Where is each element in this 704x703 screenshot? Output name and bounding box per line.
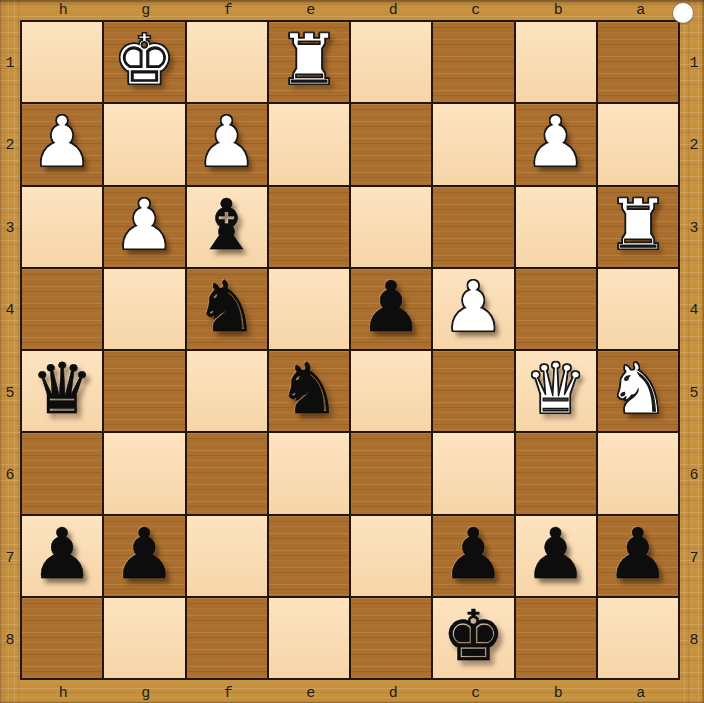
file-label-a: a xyxy=(600,0,683,20)
white-pawn[interactable]: ♟ xyxy=(524,107,587,177)
square-g8[interactable] xyxy=(104,598,184,678)
rank-label-1: 1 xyxy=(684,22,704,105)
file-labels-top: hgfedcba xyxy=(22,0,682,20)
square-d6[interactable] xyxy=(351,433,431,513)
square-g3[interactable]: ♟ xyxy=(104,187,184,267)
square-a3[interactable]: ♜ xyxy=(598,187,678,267)
black-pawn[interactable]: ♟ xyxy=(31,519,94,589)
rank-label-6: 6 xyxy=(0,435,20,518)
white-queen[interactable]: ♛ xyxy=(524,354,587,424)
square-d5[interactable] xyxy=(351,351,431,431)
square-g1[interactable]: ♚ xyxy=(104,22,184,102)
square-a1[interactable] xyxy=(598,22,678,102)
square-e7[interactable] xyxy=(269,516,349,596)
file-label-f: f xyxy=(187,684,270,703)
square-e1[interactable]: ♜ xyxy=(269,22,349,102)
chess-board: ♚♜♟♟♟♟♝♜♞♟♟♛♞♛♞♟♟♟♟♟♚ xyxy=(20,20,680,680)
rank-label-7: 7 xyxy=(684,517,704,600)
black-pawn[interactable]: ♟ xyxy=(524,519,587,589)
black-bishop[interactable]: ♝ xyxy=(195,190,258,260)
square-c8[interactable]: ♚ xyxy=(433,598,513,678)
square-c3[interactable] xyxy=(433,187,513,267)
square-e2[interactable] xyxy=(269,104,349,184)
square-g7[interactable]: ♟ xyxy=(104,516,184,596)
rank-label-6: 6 xyxy=(684,435,704,518)
square-h5[interactable]: ♛ xyxy=(22,351,102,431)
square-h3[interactable] xyxy=(22,187,102,267)
square-a7[interactable]: ♟ xyxy=(598,516,678,596)
square-e3[interactable] xyxy=(269,187,349,267)
square-f1[interactable] xyxy=(187,22,267,102)
rank-label-4: 4 xyxy=(684,270,704,353)
black-pawn[interactable]: ♟ xyxy=(442,519,505,589)
rank-label-5: 5 xyxy=(0,352,20,435)
square-c4[interactable]: ♟ xyxy=(433,269,513,349)
square-h6[interactable] xyxy=(22,433,102,513)
white-knight[interactable]: ♞ xyxy=(606,354,669,424)
square-g2[interactable] xyxy=(104,104,184,184)
file-label-c: c xyxy=(435,0,518,20)
square-d3[interactable] xyxy=(351,187,431,267)
square-e6[interactable] xyxy=(269,433,349,513)
white-pawn[interactable]: ♟ xyxy=(195,107,258,177)
file-label-c: c xyxy=(435,684,518,703)
square-f7[interactable] xyxy=(187,516,267,596)
rank-label-8: 8 xyxy=(684,600,704,683)
file-label-f: f xyxy=(187,0,270,20)
white-pawn[interactable]: ♟ xyxy=(113,190,176,260)
square-b6[interactable] xyxy=(516,433,596,513)
square-b4[interactable] xyxy=(516,269,596,349)
file-label-g: g xyxy=(105,684,188,703)
black-knight[interactable]: ♞ xyxy=(277,354,340,424)
black-pawn[interactable]: ♟ xyxy=(606,519,669,589)
square-f4[interactable]: ♞ xyxy=(187,269,267,349)
square-g4[interactable] xyxy=(104,269,184,349)
square-b3[interactable] xyxy=(516,187,596,267)
rank-label-3: 3 xyxy=(0,187,20,270)
square-d8[interactable] xyxy=(351,598,431,678)
file-label-g: g xyxy=(105,0,188,20)
square-g6[interactable] xyxy=(104,433,184,513)
square-b5[interactable]: ♛ xyxy=(516,351,596,431)
square-f5[interactable] xyxy=(187,351,267,431)
black-pawn[interactable]: ♟ xyxy=(113,519,176,589)
white-rook[interactable]: ♜ xyxy=(277,25,340,95)
square-h4[interactable] xyxy=(22,269,102,349)
square-f8[interactable] xyxy=(187,598,267,678)
white-king[interactable]: ♚ xyxy=(113,25,176,95)
square-d2[interactable] xyxy=(351,104,431,184)
file-label-d: d xyxy=(352,0,435,20)
square-a5[interactable]: ♞ xyxy=(598,351,678,431)
square-b8[interactable] xyxy=(516,598,596,678)
file-label-a: a xyxy=(600,684,683,703)
file-label-b: b xyxy=(517,0,600,20)
file-labels-bottom: hgfedcba xyxy=(22,684,682,703)
square-a6[interactable] xyxy=(598,433,678,513)
square-d7[interactable] xyxy=(351,516,431,596)
rank-labels-left: 12345678 xyxy=(0,22,20,682)
file-label-b: b xyxy=(517,684,600,703)
square-e8[interactable] xyxy=(269,598,349,678)
file-label-d: d xyxy=(352,684,435,703)
rank-label-1: 1 xyxy=(0,22,20,105)
square-f2[interactable]: ♟ xyxy=(187,104,267,184)
square-c2[interactable] xyxy=(433,104,513,184)
rank-label-8: 8 xyxy=(0,600,20,683)
file-label-e: e xyxy=(270,684,353,703)
square-h7[interactable]: ♟ xyxy=(22,516,102,596)
square-h8[interactable] xyxy=(22,598,102,678)
black-queen[interactable]: ♛ xyxy=(31,354,94,424)
file-label-h: h xyxy=(22,684,105,703)
rank-label-3: 3 xyxy=(684,187,704,270)
side-to-move-indicator xyxy=(673,3,693,23)
square-c7[interactable]: ♟ xyxy=(433,516,513,596)
black-king[interactable]: ♚ xyxy=(442,601,505,671)
square-a2[interactable] xyxy=(598,104,678,184)
black-knight[interactable]: ♞ xyxy=(195,272,258,342)
square-h2[interactable]: ♟ xyxy=(22,104,102,184)
square-c5[interactable] xyxy=(433,351,513,431)
square-h1[interactable] xyxy=(22,22,102,102)
rank-label-7: 7 xyxy=(0,517,20,600)
rank-label-5: 5 xyxy=(684,352,704,435)
file-label-h: h xyxy=(22,0,105,20)
rank-label-2: 2 xyxy=(684,105,704,188)
square-c6[interactable] xyxy=(433,433,513,513)
square-b7[interactable]: ♟ xyxy=(516,516,596,596)
chess-board-frame: hgfedcba hgfedcba 12345678 12345678 ♚♜♟♟… xyxy=(0,0,704,703)
square-d4[interactable]: ♟ xyxy=(351,269,431,349)
rank-label-2: 2 xyxy=(0,105,20,188)
square-f3[interactable]: ♝ xyxy=(187,187,267,267)
black-pawn[interactable]: ♟ xyxy=(360,272,423,342)
square-b2[interactable]: ♟ xyxy=(516,104,596,184)
square-a8[interactable] xyxy=(598,598,678,678)
white-pawn[interactable]: ♟ xyxy=(442,272,505,342)
square-e5[interactable]: ♞ xyxy=(269,351,349,431)
white-pawn[interactable]: ♟ xyxy=(31,107,94,177)
rank-labels-right: 12345678 xyxy=(684,22,704,682)
square-b1[interactable] xyxy=(516,22,596,102)
rank-label-4: 4 xyxy=(0,270,20,353)
white-rook[interactable]: ♜ xyxy=(606,190,669,260)
square-d1[interactable] xyxy=(351,22,431,102)
file-label-e: e xyxy=(270,0,353,20)
square-e4[interactable] xyxy=(269,269,349,349)
square-f6[interactable] xyxy=(187,433,267,513)
square-c1[interactable] xyxy=(433,22,513,102)
square-g5[interactable] xyxy=(104,351,184,431)
square-a4[interactable] xyxy=(598,269,678,349)
